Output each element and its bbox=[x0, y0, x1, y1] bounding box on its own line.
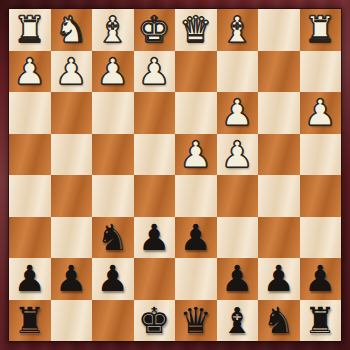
piece-white-knight[interactable]: ♞ bbox=[55, 9, 87, 51]
square-a3[interactable]: ♟ bbox=[300, 92, 342, 134]
piece-white-pawn[interactable]: ♟ bbox=[221, 92, 253, 134]
square-c5[interactable] bbox=[217, 175, 259, 217]
square-g7[interactable]: ♟ bbox=[51, 258, 93, 300]
square-h6[interactable] bbox=[9, 217, 51, 259]
piece-white-king[interactable]: ♚ bbox=[138, 9, 170, 51]
square-h7[interactable]: ♟ bbox=[9, 258, 51, 300]
square-a2[interactable] bbox=[300, 51, 342, 93]
square-f2[interactable]: ♟ bbox=[92, 51, 134, 93]
piece-white-bishop[interactable]: ♝ bbox=[97, 9, 129, 51]
piece-white-pawn[interactable]: ♟ bbox=[138, 51, 170, 93]
square-g5[interactable] bbox=[51, 175, 93, 217]
square-d1[interactable]: ♛ bbox=[175, 9, 217, 51]
piece-white-rook[interactable]: ♜ bbox=[304, 9, 336, 51]
square-d7[interactable] bbox=[175, 258, 217, 300]
square-a1[interactable]: ♜ bbox=[300, 9, 342, 51]
square-e1[interactable]: ♚ bbox=[134, 9, 176, 51]
square-g6[interactable] bbox=[51, 217, 93, 259]
square-c4[interactable]: ♟ bbox=[217, 134, 259, 176]
square-e4[interactable] bbox=[134, 134, 176, 176]
square-h1[interactable]: ♜ bbox=[9, 9, 51, 51]
square-b8[interactable]: ♞ bbox=[258, 300, 300, 342]
piece-black-pawn[interactable]: ♟ bbox=[263, 258, 295, 300]
square-g1[interactable]: ♞ bbox=[51, 9, 93, 51]
piece-black-knight[interactable]: ♞ bbox=[263, 300, 295, 342]
piece-white-pawn[interactable]: ♟ bbox=[55, 51, 87, 93]
piece-black-rook[interactable]: ♜ bbox=[304, 300, 336, 342]
square-d4[interactable]: ♟ bbox=[175, 134, 217, 176]
square-e7[interactable] bbox=[134, 258, 176, 300]
piece-black-pawn[interactable]: ♟ bbox=[221, 258, 253, 300]
square-h2[interactable]: ♟ bbox=[9, 51, 51, 93]
square-e8[interactable]: ♚ bbox=[134, 300, 176, 342]
piece-black-pawn[interactable]: ♟ bbox=[180, 217, 212, 259]
piece-black-pawn[interactable]: ♟ bbox=[55, 258, 87, 300]
square-e5[interactable] bbox=[134, 175, 176, 217]
chess-board: ♜♞♝♚♛♝♜♟♟♟♟♟♟♟♟♞♟♟♟♟♟♟♟♟♜♚♛♝♞♜ bbox=[9, 9, 341, 341]
piece-black-pawn[interactable]: ♟ bbox=[14, 258, 46, 300]
square-c3[interactable]: ♟ bbox=[217, 92, 259, 134]
square-c7[interactable]: ♟ bbox=[217, 258, 259, 300]
square-h5[interactable] bbox=[9, 175, 51, 217]
piece-black-knight[interactable]: ♞ bbox=[97, 217, 129, 259]
square-h4[interactable] bbox=[9, 134, 51, 176]
square-b3[interactable] bbox=[258, 92, 300, 134]
piece-white-rook[interactable]: ♜ bbox=[14, 9, 46, 51]
square-c1[interactable]: ♝ bbox=[217, 9, 259, 51]
square-e6[interactable]: ♟ bbox=[134, 217, 176, 259]
square-g8[interactable] bbox=[51, 300, 93, 342]
square-d2[interactable] bbox=[175, 51, 217, 93]
square-d6[interactable]: ♟ bbox=[175, 217, 217, 259]
square-f1[interactable]: ♝ bbox=[92, 9, 134, 51]
square-g2[interactable]: ♟ bbox=[51, 51, 93, 93]
piece-white-pawn[interactable]: ♟ bbox=[14, 51, 46, 93]
square-b1[interactable] bbox=[258, 9, 300, 51]
piece-white-pawn[interactable]: ♟ bbox=[221, 134, 253, 176]
piece-black-queen[interactable]: ♛ bbox=[180, 300, 212, 342]
piece-black-rook[interactable]: ♜ bbox=[14, 300, 46, 342]
square-e2[interactable]: ♟ bbox=[134, 51, 176, 93]
square-a7[interactable]: ♟ bbox=[300, 258, 342, 300]
square-f8[interactable] bbox=[92, 300, 134, 342]
square-f7[interactable]: ♟ bbox=[92, 258, 134, 300]
square-d8[interactable]: ♛ bbox=[175, 300, 217, 342]
piece-black-king[interactable]: ♚ bbox=[138, 300, 170, 342]
square-a4[interactable] bbox=[300, 134, 342, 176]
board-frame: ♜♞♝♚♛♝♜♟♟♟♟♟♟♟♟♞♟♟♟♟♟♟♟♟♜♚♛♝♞♜ bbox=[0, 0, 350, 350]
square-a5[interactable] bbox=[300, 175, 342, 217]
square-a8[interactable]: ♜ bbox=[300, 300, 342, 342]
square-b4[interactable] bbox=[258, 134, 300, 176]
square-b6[interactable] bbox=[258, 217, 300, 259]
piece-white-bishop[interactable]: ♝ bbox=[221, 9, 253, 51]
square-g4[interactable] bbox=[51, 134, 93, 176]
square-h8[interactable]: ♜ bbox=[9, 300, 51, 342]
square-a6[interactable] bbox=[300, 217, 342, 259]
square-c8[interactable]: ♝ bbox=[217, 300, 259, 342]
piece-black-pawn[interactable]: ♟ bbox=[304, 258, 336, 300]
square-c6[interactable] bbox=[217, 217, 259, 259]
piece-white-queen[interactable]: ♛ bbox=[180, 9, 212, 51]
square-b2[interactable] bbox=[258, 51, 300, 93]
square-g3[interactable] bbox=[51, 92, 93, 134]
piece-black-bishop[interactable]: ♝ bbox=[221, 300, 253, 342]
square-f3[interactable] bbox=[92, 92, 134, 134]
square-e3[interactable] bbox=[134, 92, 176, 134]
square-d3[interactable] bbox=[175, 92, 217, 134]
piece-black-pawn[interactable]: ♟ bbox=[138, 217, 170, 259]
square-f5[interactable] bbox=[92, 175, 134, 217]
square-f6[interactable]: ♞ bbox=[92, 217, 134, 259]
piece-white-pawn[interactable]: ♟ bbox=[180, 134, 212, 176]
square-b7[interactable]: ♟ bbox=[258, 258, 300, 300]
piece-white-pawn[interactable]: ♟ bbox=[304, 92, 336, 134]
square-c2[interactable] bbox=[217, 51, 259, 93]
piece-white-pawn[interactable]: ♟ bbox=[97, 51, 129, 93]
square-f4[interactable] bbox=[92, 134, 134, 176]
square-d5[interactable] bbox=[175, 175, 217, 217]
square-b5[interactable] bbox=[258, 175, 300, 217]
piece-black-pawn[interactable]: ♟ bbox=[97, 258, 129, 300]
square-h3[interactable] bbox=[9, 92, 51, 134]
